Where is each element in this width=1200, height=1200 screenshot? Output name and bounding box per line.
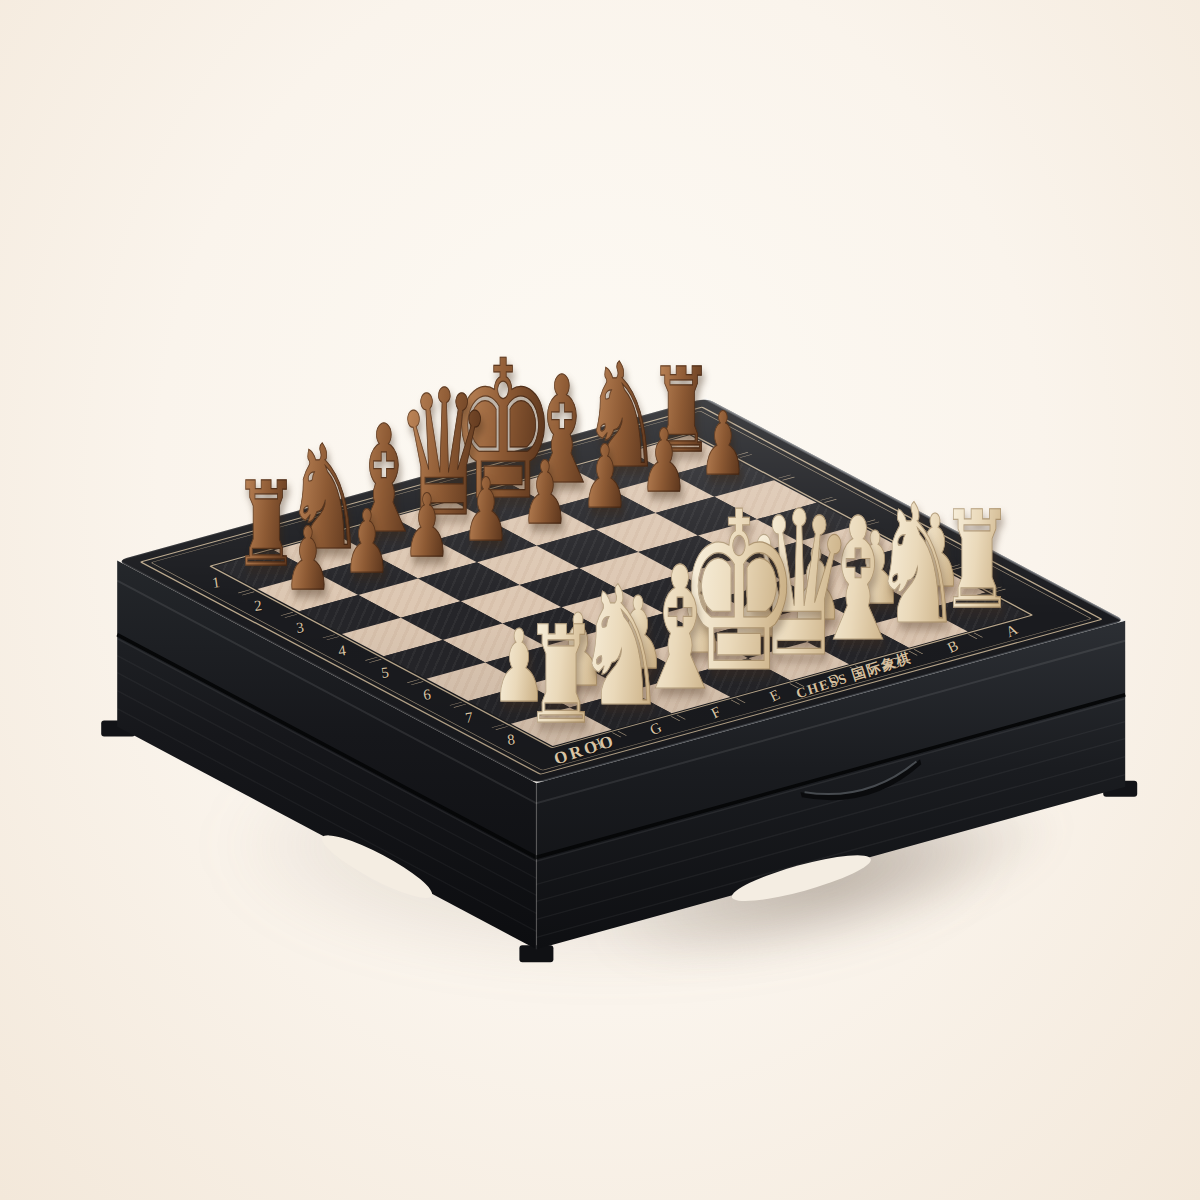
piece-light-king-e8: ♚ [678,489,800,698]
piece-light-rook-h8: ♜ [524,611,599,739]
piece-dark-pawn-d2: ♟ [521,452,569,535]
piece-dark-king-d1: ♚ [450,341,556,522]
piece-light-knight-b8: ♞ [872,487,964,644]
piece-dark-pawn-c2: ♟ [580,436,628,519]
piece-dark-pawn-g2: ♟ [343,501,391,584]
piece-dark-pawn-e2: ♟ [462,468,510,551]
piece-light-bishop-c8: ♝ [811,499,905,661]
piece-light-pawn-c7: ♟ [788,537,844,632]
piece-dark-pawn-h2: ♟ [284,517,332,600]
piece-light-pawn-a7: ♟ [907,504,963,599]
piece-light-pawn-f7: ♟ [610,586,666,681]
piece-dark-pawn-b2: ♟ [640,419,688,502]
piece-dark-pawn-a2: ♟ [699,403,747,486]
piece-light-pawn-h7: ♟ [491,619,547,714]
piece-light-queen-d8: ♛ [743,490,854,680]
piece-light-pawn-g7: ♟ [551,602,607,697]
piece-dark-bishop-f1: ♝ [343,410,425,551]
product-photo-stage: 12345678HGFEDCBA OROO CHESS 国际象棋 ♜♞♟♝♟♚♟… [0,0,1200,1200]
piece-light-pawn-b7: ♟ [847,520,903,615]
piece-dark-bishop-c1: ♝ [521,361,603,502]
piece-light-pawn-d7: ♟ [729,553,785,648]
piece-light-pawn-e7: ♟ [669,569,725,664]
piece-dark-rook-a1: ♜ [648,355,713,466]
piece-light-rook-a8: ♜ [939,496,1014,624]
pieces-layer: ♜♞♟♝♟♚♟♛♟♝♟♞♟♜♟♟♟♟♜♟♞♟♝♟♛♟♚♟♝♟♞♜ [0,0,1200,1200]
piece-dark-rook-h1: ♜ [233,469,298,580]
piece-dark-knight-b1: ♞ [582,348,662,485]
piece-dark-pawn-f2: ♟ [402,485,450,568]
piece-dark-knight-g1: ♞ [285,430,365,567]
piece-light-knight-g8: ♞ [575,569,667,726]
piece-light-bishop-f8: ♝ [633,548,727,710]
piece-dark-queen-e1: ♛ [395,371,492,536]
